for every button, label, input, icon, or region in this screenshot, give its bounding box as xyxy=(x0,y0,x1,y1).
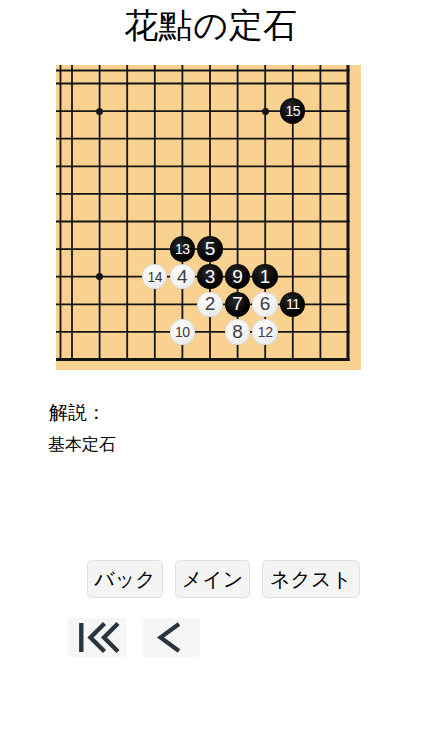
commentary-text: 基本定石 xyxy=(48,433,116,456)
black-stone: 13 xyxy=(170,236,195,261)
step-back-icon xyxy=(143,618,200,657)
black-stone: 5 xyxy=(197,236,222,261)
white-stone: 14 xyxy=(142,264,167,289)
commentary-label: 解説： xyxy=(49,400,106,426)
black-stone: 11 xyxy=(280,292,305,317)
star-point xyxy=(96,273,103,280)
black-stone: 9 xyxy=(225,264,250,289)
black-stone: 7 xyxy=(225,292,250,317)
black-stone: 15 xyxy=(280,98,305,123)
main-button[interactable]: メイン xyxy=(175,560,250,598)
step-back-button[interactable] xyxy=(143,618,200,657)
page-title: 花點の定石 xyxy=(0,4,422,46)
navigation-buttons: バック メイン ネクスト xyxy=(87,560,360,598)
star-point xyxy=(96,108,103,115)
go-board[interactable]: 123456789101112131415 xyxy=(56,65,361,370)
stone-grid: 123456789101112131415 xyxy=(58,70,361,370)
white-stone: 4 xyxy=(170,264,195,289)
back-button[interactable]: バック xyxy=(87,560,163,598)
white-stone: 8 xyxy=(225,319,250,344)
next-button[interactable]: ネクスト xyxy=(262,560,360,598)
black-stone: 1 xyxy=(252,264,277,289)
white-stone: 10 xyxy=(170,319,195,344)
white-stone: 12 xyxy=(252,319,277,344)
skip-to-start-button[interactable] xyxy=(68,618,127,657)
step-controls xyxy=(68,618,200,657)
black-stone: 3 xyxy=(197,264,222,289)
star-point xyxy=(262,108,269,115)
white-stone: 6 xyxy=(252,292,277,317)
app-screen: 花點の定石 123456789101112131415 解説： 基本定石 バック… xyxy=(0,0,422,750)
white-stone: 2 xyxy=(197,292,222,317)
skip-to-start-icon xyxy=(68,618,127,657)
